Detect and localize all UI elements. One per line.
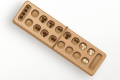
seed-dark	[20, 15, 24, 19]
seed-light	[89, 52, 93, 56]
seed-light	[85, 60, 89, 64]
pit-grid	[21, 6, 98, 69]
seed-dark	[59, 28, 63, 32]
seed-dark	[22, 12, 26, 16]
seed-dark	[53, 38, 57, 42]
seed-dark	[65, 35, 69, 39]
seed-dark	[76, 39, 80, 43]
mancala-board	[13, 0, 108, 76]
photo-scene	[0, 0, 120, 80]
seed-dark	[41, 19, 45, 23]
seed-dark	[37, 27, 41, 31]
